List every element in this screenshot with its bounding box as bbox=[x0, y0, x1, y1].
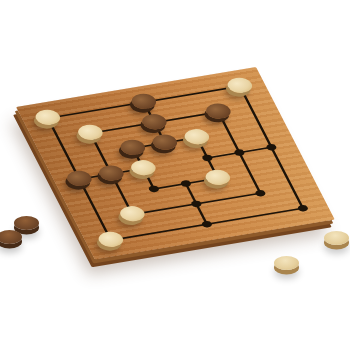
point-marker-f2 bbox=[254, 189, 267, 197]
point-f6[interactable] bbox=[197, 99, 240, 125]
white-piece-g7[interactable] bbox=[224, 76, 255, 95]
off-board-light-piece-2[interactable] bbox=[274, 256, 299, 270]
point-marker-g1 bbox=[297, 204, 310, 212]
point-b6[interactable] bbox=[69, 120, 112, 146]
morris-board bbox=[16, 67, 335, 259]
point-marker-f4 bbox=[233, 149, 246, 157]
point-marker-c3 bbox=[148, 185, 161, 193]
off-board-dark-piece-2[interactable] bbox=[0, 230, 22, 244]
point-marker-d2 bbox=[190, 200, 203, 208]
black-piece-f6[interactable] bbox=[203, 102, 234, 121]
black-piece-d7[interactable] bbox=[128, 92, 159, 111]
white-piece-e5[interactable] bbox=[181, 128, 212, 147]
point-marker-d3 bbox=[180, 180, 193, 188]
white-piece-b2[interactable] bbox=[117, 205, 148, 224]
white-piece-e3[interactable] bbox=[202, 168, 233, 187]
black-piece-a4[interactable] bbox=[64, 169, 95, 188]
off-board-light-piece-1[interactable] bbox=[324, 231, 349, 245]
off-board-dark-piece-1[interactable] bbox=[14, 216, 39, 230]
point-marker-d1 bbox=[201, 220, 214, 228]
point-f2[interactable] bbox=[239, 180, 282, 206]
point-b2[interactable] bbox=[111, 202, 154, 228]
black-piece-d6[interactable] bbox=[139, 113, 170, 132]
point-marker-e4 bbox=[201, 154, 214, 162]
white-piece-a1[interactable] bbox=[95, 230, 126, 249]
white-piece-b6[interactable] bbox=[75, 123, 106, 142]
black-piece-c5[interactable] bbox=[117, 138, 148, 157]
black-piece-d5[interactable] bbox=[149, 133, 180, 152]
product-photo-scene bbox=[0, 0, 350, 350]
black-piece-b4[interactable] bbox=[96, 164, 127, 183]
white-piece-c4[interactable] bbox=[128, 159, 159, 178]
white-piece-a7[interactable] bbox=[32, 108, 63, 127]
point-marker-g4 bbox=[265, 143, 278, 151]
